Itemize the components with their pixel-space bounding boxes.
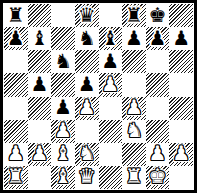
square-a1: ♜ [4,166,28,189]
square-e1 [99,166,123,189]
square-b2: ♟ [28,143,52,166]
square-c2: ♝ [51,143,75,166]
square-f4: ♟ [122,97,146,120]
square-f2 [122,143,146,166]
square-d2: ♞ [75,143,99,166]
black-rook-a8: ♜ [7,5,25,25]
white-pawn-d4: ♟ [78,97,96,117]
square-c5 [51,73,75,96]
white-queen-d1: ♛ [78,166,96,186]
square-a4 [4,97,28,120]
square-a3 [4,120,28,143]
square-h7: ♟ [169,27,193,50]
black-pawn-d5: ♟ [78,74,96,94]
white-pawn-h2: ♟ [172,143,190,163]
square-f8: ♜ [122,4,146,27]
chess-diagram: ♜♛♜♚♟♝♞♝♟♟♟♞♟♟♟♟♟♟♟♟♞♟♟♝♞♟♟♜♝♛♜♚ [0,0,197,193]
white-bishop-c2: ♝ [54,143,72,163]
square-g4 [146,97,170,120]
square-e8 [99,4,123,27]
square-g6 [146,50,170,73]
square-b4 [28,97,52,120]
square-d4: ♟ [75,97,99,120]
white-rook-a1: ♜ [7,166,25,186]
square-h3 [169,120,193,143]
white-knight-f3: ♞ [125,120,143,140]
square-a8: ♜ [4,4,28,27]
black-rook-f8: ♜ [125,5,143,25]
square-e2 [99,143,123,166]
white-pawn-c3: ♟ [54,120,72,140]
square-g2: ♟ [146,143,170,166]
white-rook-f1: ♜ [125,166,143,186]
white-pawn-e5: ♟ [101,74,119,94]
square-b3 [28,120,52,143]
square-f7: ♟ [122,27,146,50]
square-f5 [122,73,146,96]
square-b6 [28,50,52,73]
square-b7: ♝ [28,27,52,50]
square-c3: ♟ [51,120,75,143]
square-a7: ♟ [4,27,28,50]
black-pawn-c4: ♟ [54,97,72,117]
black-pawn-b5: ♟ [30,74,48,94]
black-pawn-h7: ♟ [172,28,190,48]
white-pawn-g2: ♟ [149,143,167,163]
square-e5: ♟ [99,73,123,96]
board-frame: ♜♛♜♚♟♝♞♝♟♟♟♞♟♟♟♟♟♟♟♟♞♟♟♝♞♟♟♜♝♛♜♚ [3,3,194,190]
black-pawn-f7: ♟ [125,28,143,48]
square-e6: ♟ [99,50,123,73]
white-bishop-c1: ♝ [54,166,72,186]
black-queen-d8: ♛ [78,5,96,25]
square-b1 [28,166,52,189]
white-king-g1: ♚ [149,166,167,186]
square-c8 [51,4,75,27]
square-c1: ♝ [51,166,75,189]
square-g5 [146,73,170,96]
square-g1: ♚ [146,166,170,189]
square-d6 [75,50,99,73]
square-g8: ♚ [146,4,170,27]
square-h1 [169,166,193,189]
white-pawn-a2: ♟ [7,143,25,163]
white-knight-d2: ♞ [78,143,96,163]
square-g3 [146,120,170,143]
square-d1: ♛ [75,166,99,189]
white-pawn-f4: ♟ [125,97,143,117]
square-c4: ♟ [51,97,75,120]
square-h2: ♟ [169,143,193,166]
black-knight-c6: ♞ [54,51,72,71]
square-a2: ♟ [4,143,28,166]
square-c6: ♞ [51,50,75,73]
square-d7: ♞ [75,27,99,50]
square-e3 [99,120,123,143]
square-d3 [75,120,99,143]
square-b8 [28,4,52,27]
square-h6 [169,50,193,73]
square-e4 [99,97,123,120]
square-e7: ♝ [99,27,123,50]
square-f1: ♜ [122,166,146,189]
square-f3: ♞ [122,120,146,143]
square-d8: ♛ [75,4,99,27]
square-h4 [169,97,193,120]
black-king-g8: ♚ [149,5,167,25]
square-a5 [4,73,28,96]
square-h5 [169,73,193,96]
white-pawn-b2: ♟ [30,143,48,163]
black-bishop-e7: ♝ [101,28,119,48]
square-d5: ♟ [75,73,99,96]
square-h8 [169,4,193,27]
black-pawn-g7: ♟ [149,28,167,48]
black-bishop-b7: ♝ [30,28,48,48]
black-pawn-a7: ♟ [7,28,25,48]
black-knight-d7: ♞ [78,28,96,48]
square-b5: ♟ [28,73,52,96]
black-pawn-e6: ♟ [101,51,119,71]
chess-board: ♜♛♜♚♟♝♞♝♟♟♟♞♟♟♟♟♟♟♟♟♞♟♟♝♞♟♟♜♝♛♜♚ [4,4,193,189]
square-a6 [4,50,28,73]
square-g7: ♟ [146,27,170,50]
square-c7 [51,27,75,50]
square-f6 [122,50,146,73]
